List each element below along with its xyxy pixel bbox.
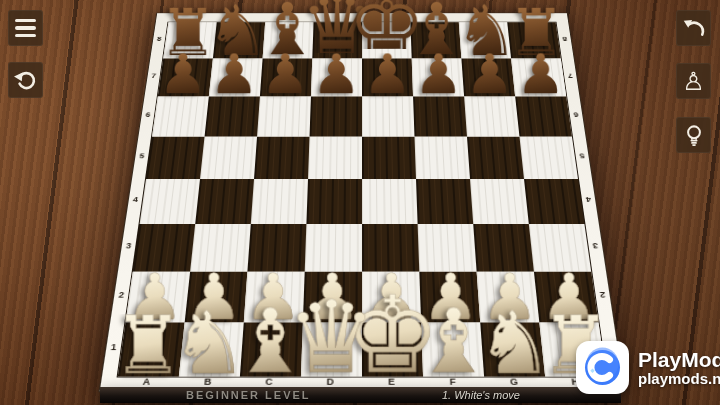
square-b6[interactable]: [205, 96, 260, 136]
square-c5[interactable]: [254, 137, 310, 179]
square-h4[interactable]: [524, 179, 584, 224]
square-h6[interactable]: [515, 96, 572, 136]
square-f6[interactable]: [413, 96, 467, 136]
app-background: ♜♞♝♛♚♝♞♜♟♟♟♟♟♟♟♟♟♟♟♟♟♟♟♟♜♞♝♛♚♝♞♜ 8877665…: [0, 0, 720, 405]
chess-board: ♜♞♝♛♚♝♞♜♟♟♟♟♟♟♟♟♟♟♟♟♟♟♟♟♜♞♝♛♚♝♞♜ 8877665…: [98, 13, 625, 393]
square-a5[interactable]: [146, 137, 205, 179]
square-h5[interactable]: [519, 137, 578, 179]
square-d5[interactable]: [308, 137, 362, 179]
board-skirt: BEGINNER LEVEL 1. White's move: [100, 387, 621, 403]
playmods-watermark[interactable]: PlayMods playmods.net: [576, 341, 720, 394]
player-mode-button[interactable]: ♙: [676, 63, 711, 99]
rank-label-left-5: 5: [135, 152, 149, 160]
rank-label-left-8: 8: [153, 35, 166, 42]
rank-label-right-6: 6: [569, 111, 583, 118]
pawn-icon: ♙: [682, 69, 704, 94]
square-c6[interactable]: [257, 96, 311, 136]
lightbulb-icon: [680, 121, 708, 149]
rank-label-right-5: 5: [575, 152, 589, 160]
playmods-url: playmods.net: [638, 371, 720, 387]
square-g5[interactable]: [467, 137, 524, 179]
square-c4[interactable]: [251, 179, 308, 224]
restart-icon: [12, 66, 40, 94]
square-b4[interactable]: [195, 179, 254, 224]
playmods-logo-icon: [576, 341, 629, 394]
square-e4[interactable]: [362, 179, 418, 224]
square-f4[interactable]: [416, 179, 473, 224]
square-a1[interactable]: ♜: [118, 322, 185, 376]
square-f5[interactable]: [414, 137, 470, 179]
rank-label-right-3: 3: [588, 241, 603, 250]
hint-button[interactable]: [676, 117, 711, 153]
rank-label-right-8: 8: [558, 35, 571, 42]
playmods-title: PlayMods: [638, 349, 720, 371]
level-label: BEGINNER LEVEL: [186, 389, 311, 401]
square-d1[interactable]: ♛: [301, 322, 362, 376]
square-g4[interactable]: [470, 179, 529, 224]
rank-label-left-7: 7: [147, 72, 160, 79]
menu-button[interactable]: [8, 10, 43, 46]
piece-white-queen[interactable]: ♛: [274, 297, 389, 379]
square-e6[interactable]: [362, 96, 414, 136]
piece-white-rook[interactable]: ♜: [90, 314, 205, 379]
rank-label-left-3: 3: [121, 241, 136, 250]
square-b5[interactable]: [200, 137, 257, 179]
rank-label-right-4: 4: [581, 195, 595, 203]
rank-label-right-7: 7: [564, 72, 577, 79]
hamburger-icon: [15, 19, 36, 23]
rank-label-left-6: 6: [141, 111, 155, 118]
undo-arrow-icon: [680, 14, 708, 42]
square-a6[interactable]: [152, 96, 209, 136]
square-d4[interactable]: [306, 179, 362, 224]
square-a4[interactable]: [140, 179, 200, 224]
square-g6[interactable]: [464, 96, 519, 136]
undo-button[interactable]: [676, 10, 711, 46]
square-e5[interactable]: [362, 137, 416, 179]
square-d6[interactable]: [310, 96, 362, 136]
square-h7[interactable]: ♟: [511, 58, 566, 96]
rank-label-left-4: 4: [128, 195, 142, 203]
move-status: 1. White's move: [442, 389, 520, 401]
board-grid: ♜♞♝♛♚♝♞♜♟♟♟♟♟♟♟♟♟♟♟♟♟♟♟♟♜♞♝♛♚♝♞♜: [117, 22, 608, 378]
restart-button[interactable]: [8, 62, 43, 98]
